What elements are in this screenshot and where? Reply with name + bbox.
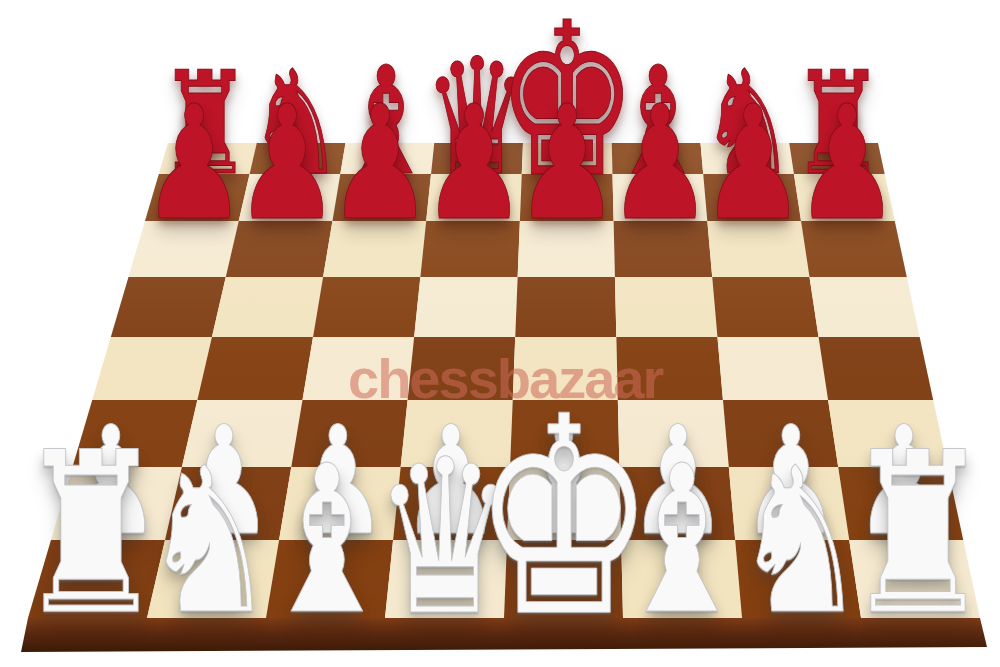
piece-white-knight-b1: ♞ [141,441,276,642]
piece-red-pawn-d7: ♟ [420,84,526,242]
piece-red-pawn-a7: ♟ [141,84,247,242]
piece-red-pawn-f7: ♟ [607,84,713,242]
piece-red-pawn-e7: ♟ [514,84,620,242]
product-photo-scene: chessbazaar ♜♞♝♛♚♝♞♜♟♟♟♟♟♟♟♟♟♟♟♟♟♟♟♟♜♞♝♛… [0,0,1000,667]
piece-white-rook-h1: ♜ [843,423,993,646]
piece-red-pawn-g7: ♟ [700,84,806,242]
piece-red-pawn-h7: ♟ [793,84,899,242]
piece-red-pawn-c7: ♟ [327,84,433,242]
piece-white-bishop-f1: ♝ [613,439,750,643]
pieces-layer: ♜♞♝♛♚♝♞♜♟♟♟♟♟♟♟♟♟♟♟♟♟♟♟♟♜♞♝♛♚♝♞♜ [0,0,1000,667]
piece-red-pawn-b7: ♟ [234,84,340,242]
